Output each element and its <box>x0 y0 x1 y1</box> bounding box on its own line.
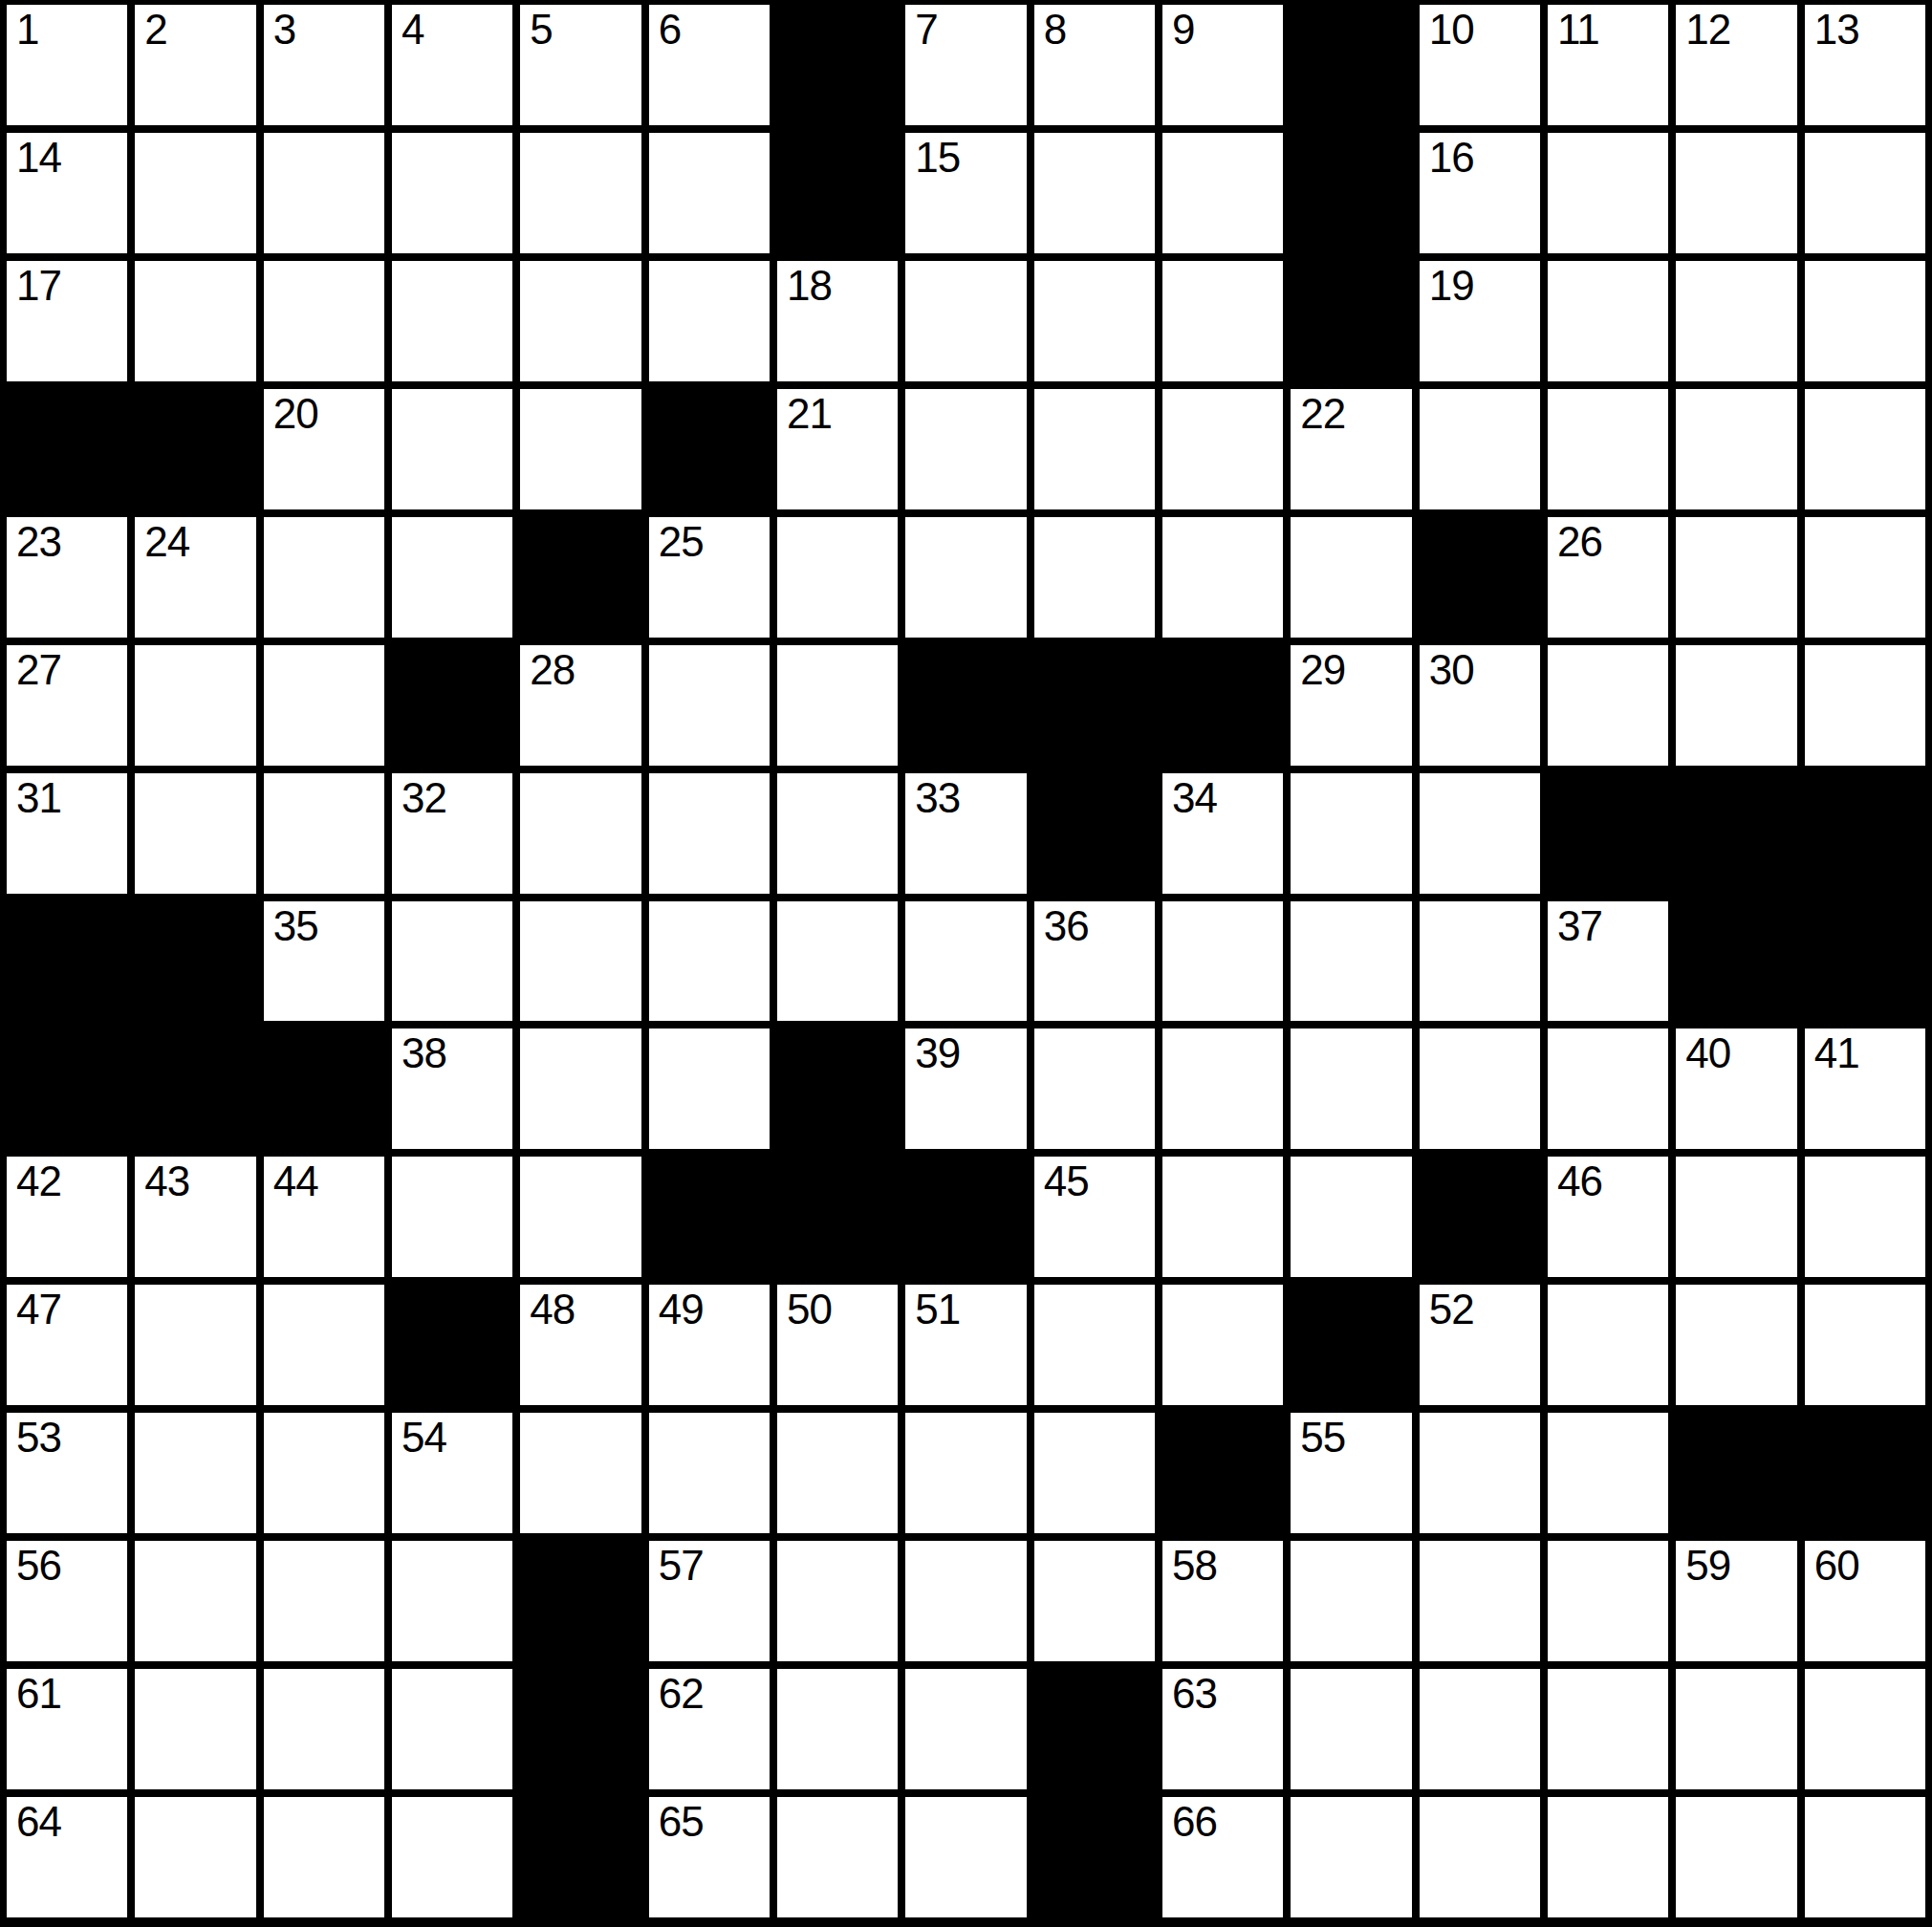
cell[interactable] <box>392 901 512 1022</box>
cell[interactable]: 37 <box>1548 901 1668 1022</box>
cell[interactable]: 13 <box>1805 5 1925 125</box>
cell[interactable] <box>1548 1285 1668 1405</box>
clue-number: 42 <box>16 1160 61 1202</box>
cell[interactable] <box>1420 1413 1540 1533</box>
cell[interactable] <box>135 1413 255 1533</box>
clue-number: 48 <box>530 1288 575 1331</box>
cell[interactable] <box>1548 1669 1668 1789</box>
clue-number: 39 <box>915 1032 960 1074</box>
cell[interactable]: 42 <box>7 1157 127 1277</box>
black-square <box>777 1157 898 1277</box>
cell[interactable]: 31 <box>7 773 127 894</box>
black-square <box>905 645 1026 766</box>
cell[interactable]: 49 <box>649 1285 770 1405</box>
cell[interactable] <box>264 1797 384 1917</box>
cell[interactable] <box>1034 261 1155 381</box>
cell[interactable] <box>135 645 255 766</box>
cell[interactable] <box>1420 1797 1540 1917</box>
black-square <box>1291 133 1411 253</box>
cell[interactable]: 62 <box>649 1669 770 1789</box>
cell[interactable] <box>1548 261 1668 381</box>
black-square <box>1676 1413 1796 1533</box>
cell[interactable] <box>777 517 898 638</box>
cell[interactable] <box>1805 1669 1925 1789</box>
clue-number: 29 <box>1300 649 1345 691</box>
clue-number: 12 <box>1685 9 1730 51</box>
cell[interactable] <box>1034 1541 1155 1661</box>
cell[interactable]: 36 <box>1034 901 1155 1022</box>
cell[interactable]: 47 <box>7 1285 127 1405</box>
clue-number: 49 <box>659 1288 704 1331</box>
clue-number: 62 <box>659 1673 704 1715</box>
clue-number: 19 <box>1429 265 1474 307</box>
cell[interactable] <box>1162 1285 1283 1405</box>
cell[interactable] <box>649 1028 770 1149</box>
cell[interactable] <box>135 1285 255 1405</box>
cell[interactable] <box>1420 773 1540 894</box>
black-square <box>520 1541 640 1661</box>
cell[interactable] <box>520 773 640 894</box>
cell[interactable] <box>777 1541 898 1661</box>
clue-number: 23 <box>16 521 61 563</box>
clue-number: 52 <box>1429 1288 1474 1331</box>
clue-number: 5 <box>530 9 552 51</box>
cell[interactable] <box>520 261 640 381</box>
cell[interactable]: 14 <box>7 133 127 253</box>
cell[interactable] <box>135 1797 255 1917</box>
black-square <box>777 1028 898 1149</box>
cell[interactable]: 3 <box>264 5 384 125</box>
black-square <box>1162 1413 1283 1533</box>
cell[interactable] <box>1162 261 1283 381</box>
black-square <box>649 389 770 509</box>
cell[interactable] <box>1548 1028 1668 1149</box>
black-square <box>7 389 127 509</box>
clue-number: 35 <box>273 905 318 947</box>
cell[interactable]: 44 <box>264 1157 384 1277</box>
cell[interactable]: 9 <box>1162 5 1283 125</box>
cell[interactable] <box>1034 1285 1155 1405</box>
cell[interactable]: 63 <box>1162 1669 1283 1789</box>
cell[interactable] <box>264 1541 384 1661</box>
cell[interactable] <box>1548 1797 1668 1917</box>
cell[interactable] <box>1162 901 1283 1022</box>
black-square <box>392 1285 512 1405</box>
cell[interactable] <box>1291 1028 1411 1149</box>
cell[interactable] <box>649 901 770 1022</box>
cell[interactable] <box>1291 1541 1411 1661</box>
cell[interactable] <box>264 773 384 894</box>
cell[interactable] <box>905 389 1026 509</box>
cell[interactable] <box>1676 133 1796 253</box>
black-square <box>777 133 898 253</box>
cell[interactable]: 35 <box>264 901 384 1022</box>
clue-number: 14 <box>16 137 61 179</box>
black-square <box>1805 1413 1925 1533</box>
black-square <box>1291 261 1411 381</box>
black-square <box>777 5 898 125</box>
clue-number: 10 <box>1429 9 1474 51</box>
cell[interactable] <box>777 1413 898 1533</box>
cell[interactable]: 25 <box>649 517 770 638</box>
black-square <box>1034 773 1155 894</box>
clue-number: 50 <box>787 1288 832 1331</box>
cell[interactable] <box>135 261 255 381</box>
cell[interactable] <box>1548 645 1668 766</box>
cell[interactable]: 60 <box>1805 1541 1925 1661</box>
cell[interactable] <box>649 773 770 894</box>
cell[interactable] <box>1676 517 1796 638</box>
cell[interactable]: 19 <box>1420 261 1540 381</box>
cell[interactable] <box>1420 901 1540 1022</box>
black-square <box>135 389 255 509</box>
cell[interactable]: 27 <box>7 645 127 766</box>
cell[interactable]: 54 <box>392 1413 512 1533</box>
cell[interactable]: 16 <box>1420 133 1540 253</box>
cell[interactable] <box>905 1541 1026 1661</box>
cell[interactable]: 46 <box>1548 1157 1668 1277</box>
clue-number: 21 <box>787 393 832 435</box>
clue-number: 30 <box>1429 649 1474 691</box>
black-square <box>135 901 255 1022</box>
clue-number: 26 <box>1557 521 1602 563</box>
clue-number: 45 <box>1044 1160 1089 1202</box>
cell[interactable] <box>520 901 640 1022</box>
cell[interactable] <box>392 1541 512 1661</box>
cell[interactable] <box>1676 1797 1796 1917</box>
clue-number: 58 <box>1172 1545 1217 1587</box>
cell[interactable] <box>1676 1157 1796 1277</box>
clue-number: 8 <box>1044 9 1066 51</box>
cell[interactable] <box>264 1669 384 1789</box>
cell[interactable] <box>1805 261 1925 381</box>
cell[interactable]: 1 <box>7 5 127 125</box>
cell[interactable] <box>1805 1285 1925 1405</box>
black-square <box>7 1028 127 1149</box>
cell[interactable] <box>1034 517 1155 638</box>
cell[interactable] <box>1548 1541 1668 1661</box>
black-square <box>1034 645 1155 766</box>
black-square <box>1420 1157 1540 1277</box>
cell[interactable] <box>1291 773 1411 894</box>
cell[interactable]: 29 <box>1291 645 1411 766</box>
cell[interactable] <box>392 261 512 381</box>
cell[interactable]: 50 <box>777 1285 898 1405</box>
clue-number: 18 <box>787 265 832 307</box>
black-square <box>1162 645 1283 766</box>
clue-number: 27 <box>16 649 61 691</box>
cell[interactable] <box>264 261 384 381</box>
black-square <box>1548 773 1668 894</box>
cell[interactable] <box>135 133 255 253</box>
cell[interactable]: 53 <box>7 1413 127 1533</box>
black-square <box>392 645 512 766</box>
cell[interactable] <box>264 1285 384 1405</box>
cell[interactable]: 32 <box>392 773 512 894</box>
cell[interactable] <box>1805 517 1925 638</box>
cell[interactable] <box>392 1797 512 1917</box>
clue-number: 15 <box>915 137 960 179</box>
clue-number: 32 <box>402 777 446 819</box>
cell[interactable] <box>1034 389 1155 509</box>
cell[interactable] <box>1420 1541 1540 1661</box>
cell[interactable]: 8 <box>1034 5 1155 125</box>
cell[interactable]: 12 <box>1676 5 1796 125</box>
cell[interactable] <box>135 773 255 894</box>
cell[interactable]: 4 <box>392 5 512 125</box>
cell[interactable] <box>777 901 898 1022</box>
clue-number: 61 <box>16 1673 61 1715</box>
clue-number: 2 <box>144 9 166 51</box>
clue-number: 25 <box>659 521 704 563</box>
clue-number: 6 <box>659 9 681 51</box>
cell[interactable] <box>1420 389 1540 509</box>
clue-number: 13 <box>1814 9 1859 51</box>
cell[interactable] <box>1420 1028 1540 1149</box>
clue-number: 36 <box>1044 905 1089 947</box>
cell[interactable] <box>649 261 770 381</box>
cell[interactable] <box>1548 389 1668 509</box>
clue-number: 63 <box>1172 1673 1217 1715</box>
cell[interactable] <box>1162 517 1283 638</box>
cell[interactable] <box>135 1541 255 1661</box>
cell[interactable]: 22 <box>1291 389 1411 509</box>
cell[interactable]: 65 <box>649 1797 770 1917</box>
cell[interactable]: 41 <box>1805 1028 1925 1149</box>
cell[interactable] <box>649 645 770 766</box>
cell[interactable]: 11 <box>1548 5 1668 125</box>
cell[interactable] <box>392 517 512 638</box>
clue-number: 28 <box>530 649 575 691</box>
black-square <box>1291 5 1411 125</box>
cell[interactable] <box>392 1157 512 1277</box>
black-square <box>520 1797 640 1917</box>
cell[interactable] <box>1162 1028 1283 1149</box>
cell[interactable] <box>520 1413 640 1533</box>
cell[interactable] <box>1291 1797 1411 1917</box>
clue-number: 34 <box>1172 777 1217 819</box>
clue-number: 31 <box>16 777 61 819</box>
cell[interactable]: 23 <box>7 517 127 638</box>
cell[interactable] <box>1676 1285 1796 1405</box>
clue-number: 40 <box>1685 1032 1730 1074</box>
cell[interactable] <box>1676 261 1796 381</box>
cell[interactable] <box>1034 133 1155 253</box>
clue-number: 54 <box>402 1417 446 1459</box>
clue-number: 43 <box>144 1160 189 1202</box>
cell[interactable]: 10 <box>1420 5 1540 125</box>
cell[interactable]: 64 <box>7 1797 127 1917</box>
clue-number: 60 <box>1814 1545 1859 1587</box>
cell[interactable] <box>1034 1028 1155 1149</box>
clue-number: 22 <box>1300 393 1345 435</box>
cell[interactable]: 39 <box>905 1028 1026 1149</box>
clue-number: 11 <box>1557 9 1599 51</box>
cell[interactable] <box>392 389 512 509</box>
cell[interactable] <box>1162 389 1283 509</box>
cell[interactable] <box>1805 645 1925 766</box>
black-square <box>905 1157 1026 1277</box>
cell[interactable] <box>905 1413 1026 1533</box>
black-square <box>1034 1669 1155 1789</box>
cell[interactable] <box>777 645 898 766</box>
clue-number: 1 <box>16 9 38 51</box>
black-square <box>1034 1797 1155 1917</box>
black-square <box>7 901 127 1022</box>
cell[interactable] <box>1805 1157 1925 1277</box>
clue-number: 20 <box>273 393 318 435</box>
clue-number: 33 <box>915 777 960 819</box>
cell[interactable]: 38 <box>392 1028 512 1149</box>
cell[interactable]: 7 <box>905 5 1026 125</box>
cell[interactable] <box>1548 133 1668 253</box>
black-square <box>1676 773 1796 894</box>
cell[interactable]: 15 <box>905 133 1026 253</box>
cell[interactable] <box>1291 901 1411 1022</box>
cell[interactable]: 34 <box>1162 773 1283 894</box>
cell[interactable] <box>264 133 384 253</box>
clue-number: 38 <box>402 1032 446 1074</box>
cell[interactable] <box>1805 133 1925 253</box>
cell[interactable] <box>392 1669 512 1789</box>
clue-number: 65 <box>659 1801 704 1843</box>
clue-number: 51 <box>915 1288 960 1331</box>
clue-number: 55 <box>1300 1417 1345 1459</box>
cell[interactable] <box>1291 1669 1411 1789</box>
cell[interactable] <box>1676 1669 1796 1789</box>
cell[interactable]: 61 <box>7 1669 127 1789</box>
cell[interactable]: 51 <box>905 1285 1026 1405</box>
cell[interactable] <box>777 773 898 894</box>
black-square <box>1676 901 1796 1022</box>
black-square <box>520 517 640 638</box>
clue-number: 4 <box>402 9 423 51</box>
clue-number: 9 <box>1172 9 1194 51</box>
cell[interactable] <box>520 1028 640 1149</box>
cell[interactable] <box>649 1413 770 1533</box>
cell[interactable]: 18 <box>777 261 898 381</box>
clue-number: 46 <box>1557 1160 1602 1202</box>
cell[interactable]: 30 <box>1420 645 1540 766</box>
cell[interactable] <box>905 1797 1026 1917</box>
cell[interactable]: 2 <box>135 5 255 125</box>
cell[interactable] <box>1291 517 1411 638</box>
cell[interactable]: 55 <box>1291 1413 1411 1533</box>
clue-number: 17 <box>16 265 61 307</box>
cell[interactable] <box>1676 645 1796 766</box>
cell[interactable]: 5 <box>520 5 640 125</box>
cell[interactable] <box>135 1669 255 1789</box>
clue-number: 59 <box>1685 1545 1730 1587</box>
black-square <box>1420 517 1540 638</box>
cell[interactable] <box>905 901 1026 1022</box>
cell[interactable] <box>905 261 1026 381</box>
cell[interactable]: 58 <box>1162 1541 1283 1661</box>
clue-number: 64 <box>16 1801 61 1843</box>
black-square <box>135 1028 255 1149</box>
cell[interactable]: 43 <box>135 1157 255 1277</box>
cell[interactable]: 57 <box>649 1541 770 1661</box>
cell[interactable] <box>1162 1157 1283 1277</box>
cell[interactable]: 66 <box>1162 1797 1283 1917</box>
cell[interactable]: 24 <box>135 517 255 638</box>
cell[interactable] <box>1805 389 1925 509</box>
cell[interactable]: 45 <box>1034 1157 1155 1277</box>
clue-number: 16 <box>1429 137 1474 179</box>
cell[interactable] <box>1676 389 1796 509</box>
cell[interactable] <box>392 133 512 253</box>
cell[interactable]: 21 <box>777 389 898 509</box>
black-square <box>649 1157 770 1277</box>
cell[interactable] <box>1420 1669 1540 1789</box>
cell[interactable]: 33 <box>905 773 1026 894</box>
clue-number: 41 <box>1814 1032 1859 1074</box>
cell[interactable] <box>1034 1413 1155 1533</box>
clue-number: 53 <box>16 1417 61 1459</box>
clue-number: 66 <box>1172 1801 1217 1843</box>
cell[interactable] <box>264 645 384 766</box>
cell[interactable] <box>1548 1413 1668 1533</box>
cell[interactable] <box>649 133 770 253</box>
cell[interactable] <box>777 1669 898 1789</box>
cell[interactable] <box>1162 133 1283 253</box>
black-square <box>1805 901 1925 1022</box>
clue-number: 47 <box>16 1288 61 1331</box>
clue-number: 57 <box>659 1545 704 1587</box>
black-square <box>1291 1285 1411 1405</box>
crossword-grid: 1234567891011121314151617181920212223242… <box>0 0 1932 1927</box>
cell[interactable]: 28 <box>520 645 640 766</box>
cell[interactable] <box>520 1157 640 1277</box>
black-square <box>1805 773 1925 894</box>
cell[interactable] <box>905 1669 1026 1789</box>
cell[interactable]: 40 <box>1676 1028 1796 1149</box>
clue-number: 3 <box>273 9 295 51</box>
cell[interactable] <box>264 1413 384 1533</box>
cell[interactable] <box>777 1797 898 1917</box>
cell[interactable] <box>520 389 640 509</box>
clue-number: 37 <box>1557 905 1602 947</box>
cell[interactable]: 48 <box>520 1285 640 1405</box>
cell[interactable]: 26 <box>1548 517 1668 638</box>
cell[interactable] <box>264 517 384 638</box>
cell[interactable]: 56 <box>7 1541 127 1661</box>
cell[interactable] <box>520 133 640 253</box>
cell[interactable] <box>905 517 1026 638</box>
clue-number: 44 <box>273 1160 318 1202</box>
cell[interactable] <box>1805 1797 1925 1917</box>
cell[interactable] <box>1291 1157 1411 1277</box>
cell[interactable]: 6 <box>649 5 770 125</box>
clue-number: 7 <box>915 9 937 51</box>
cell[interactable]: 17 <box>7 261 127 381</box>
black-square <box>520 1669 640 1789</box>
cell[interactable]: 52 <box>1420 1285 1540 1405</box>
cell[interactable]: 59 <box>1676 1541 1796 1661</box>
clue-number: 56 <box>16 1545 61 1587</box>
clue-number: 24 <box>144 521 189 563</box>
cell[interactable]: 20 <box>264 389 384 509</box>
black-square <box>264 1028 384 1149</box>
